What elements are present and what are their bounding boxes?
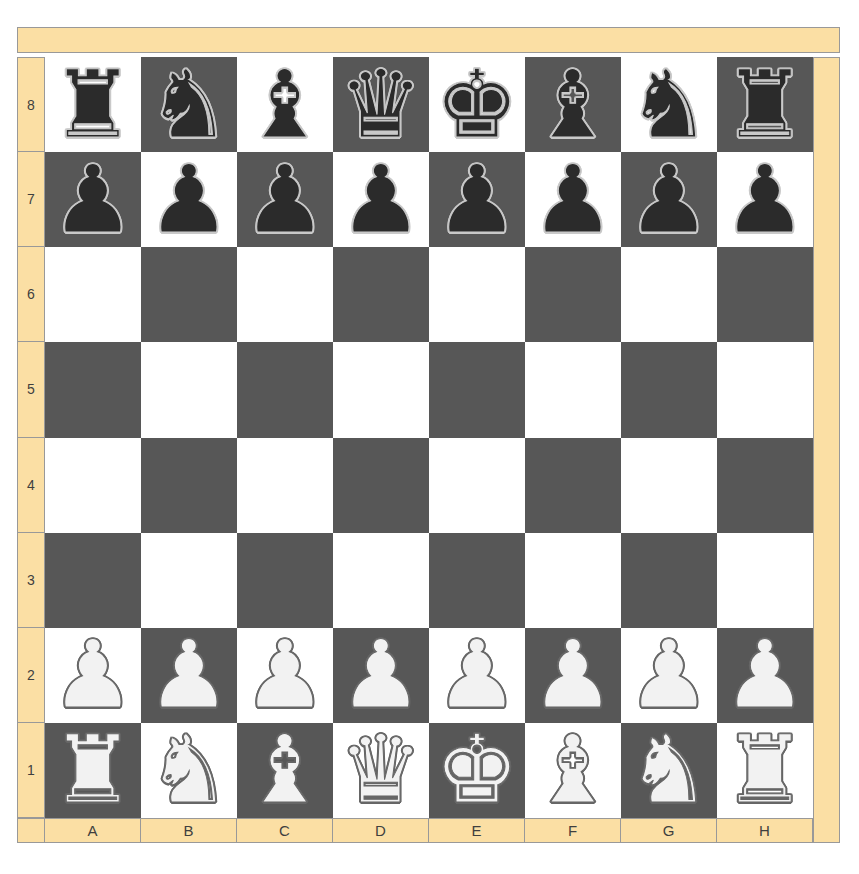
square-d3[interactable] [333,533,429,628]
square-f4[interactable] [525,438,621,533]
file-label-a: A [45,818,141,843]
black-pawn-e7[interactable]: ♟ [435,153,519,247]
square-h7[interactable]: ♟ [717,152,813,247]
square-d7[interactable]: ♟ [333,152,429,247]
file-label-g: G [621,818,717,843]
square-f3[interactable] [525,533,621,628]
white-rook-h1[interactable]: ♜ [723,723,807,817]
square-b1[interactable]: ♞ [141,723,237,818]
square-h3[interactable] [717,533,813,628]
square-e5[interactable] [429,342,525,437]
black-queen-d8[interactable]: ♛ [339,58,423,152]
square-e7[interactable]: ♟ [429,152,525,247]
rank-label-3: 3 [17,533,45,628]
rank-label-1: 1 [17,723,45,818]
file-label-b: B [141,818,237,843]
square-g4[interactable] [621,438,717,533]
black-pawn-b7[interactable]: ♟ [147,153,231,247]
board-frame-right [813,57,840,843]
square-e8[interactable]: ♚ [429,57,525,152]
square-d2[interactable]: ♟ [333,628,429,723]
rank-label-6: 6 [17,247,45,342]
square-c7[interactable]: ♟ [237,152,333,247]
square-f6[interactable] [525,247,621,342]
file-label-d: D [333,818,429,843]
square-a8[interactable]: ♜ [45,57,141,152]
file-label-f: F [525,818,621,843]
white-king-e1[interactable]: ♚ [435,723,519,817]
chess-board: 87654321♜♞♝♛♚♝♞♜♟♟♟♟♟♟♟♟♟♟♟♟♟♟♟♟♜♞♝♛♚♝♞♜… [17,27,840,843]
square-e6[interactable] [429,247,525,342]
square-c6[interactable] [237,247,333,342]
square-h2[interactable]: ♟ [717,628,813,723]
square-d4[interactable] [333,438,429,533]
file-label-e: E [429,818,525,843]
square-b5[interactable] [141,342,237,437]
white-pawn-c2[interactable]: ♟ [243,628,327,722]
square-h1[interactable]: ♜ [717,723,813,818]
square-f5[interactable] [525,342,621,437]
black-pawn-d7[interactable]: ♟ [339,153,423,247]
white-pawn-h2[interactable]: ♟ [723,628,807,722]
square-f7[interactable]: ♟ [525,152,621,247]
black-knight-b8[interactable]: ♞ [147,58,231,152]
square-g3[interactable] [621,533,717,628]
square-a2[interactable]: ♟ [45,628,141,723]
square-f8[interactable]: ♝ [525,57,621,152]
white-knight-g1[interactable]: ♞ [627,723,711,817]
black-rook-h8[interactable]: ♜ [723,58,807,152]
board-frame-corner [17,818,45,843]
white-pawn-b2[interactable]: ♟ [147,628,231,722]
square-b2[interactable]: ♟ [141,628,237,723]
square-a5[interactable] [45,342,141,437]
square-b7[interactable]: ♟ [141,152,237,247]
white-rook-a1[interactable]: ♜ [51,723,135,817]
black-rook-a8[interactable]: ♜ [51,58,135,152]
square-h5[interactable] [717,342,813,437]
white-pawn-e2[interactable]: ♟ [435,628,519,722]
square-h4[interactable] [717,438,813,533]
square-g7[interactable]: ♟ [621,152,717,247]
square-a1[interactable]: ♜ [45,723,141,818]
square-g6[interactable] [621,247,717,342]
white-pawn-g2[interactable]: ♟ [627,628,711,722]
white-bishop-c1[interactable]: ♝ [243,723,327,817]
square-c3[interactable] [237,533,333,628]
rank-label-5: 5 [17,342,45,437]
square-g5[interactable] [621,342,717,437]
black-king-e8[interactable]: ♚ [435,58,519,152]
square-d8[interactable]: ♛ [333,57,429,152]
black-pawn-a7[interactable]: ♟ [51,153,135,247]
square-g2[interactable]: ♟ [621,628,717,723]
square-b3[interactable] [141,533,237,628]
square-b8[interactable]: ♞ [141,57,237,152]
square-d5[interactable] [333,342,429,437]
page-background: 87654321♜♞♝♛♚♝♞♜♟♟♟♟♟♟♟♟♟♟♟♟♟♟♟♟♜♞♝♛♚♝♞♜… [0,0,859,874]
square-a4[interactable] [45,438,141,533]
black-pawn-h7[interactable]: ♟ [723,153,807,247]
black-knight-g8[interactable]: ♞ [627,58,711,152]
rank-label-8: 8 [17,57,45,152]
square-h8[interactable]: ♜ [717,57,813,152]
black-pawn-g7[interactable]: ♟ [627,153,711,247]
square-e4[interactable] [429,438,525,533]
black-pawn-c7[interactable]: ♟ [243,153,327,247]
square-a7[interactable]: ♟ [45,152,141,247]
white-bishop-f1[interactable]: ♝ [531,723,615,817]
square-e2[interactable]: ♟ [429,628,525,723]
black-bishop-f8[interactable]: ♝ [531,58,615,152]
black-pawn-f7[interactable]: ♟ [531,153,615,247]
square-c4[interactable] [237,438,333,533]
square-c1[interactable]: ♝ [237,723,333,818]
square-e3[interactable] [429,533,525,628]
square-c8[interactable]: ♝ [237,57,333,152]
square-a3[interactable] [45,533,141,628]
square-e1[interactable]: ♚ [429,723,525,818]
file-label-c: C [237,818,333,843]
square-f1[interactable]: ♝ [525,723,621,818]
square-b6[interactable] [141,247,237,342]
square-c2[interactable]: ♟ [237,628,333,723]
rank-label-4: 4 [17,438,45,533]
black-bishop-c8[interactable]: ♝ [243,58,327,152]
white-knight-b1[interactable]: ♞ [147,723,231,817]
file-label-h: H [717,818,813,843]
rank-label-7: 7 [17,152,45,247]
square-c5[interactable] [237,342,333,437]
square-f2[interactable]: ♟ [525,628,621,723]
square-g1[interactable]: ♞ [621,723,717,818]
rank-label-2: 2 [17,628,45,723]
white-pawn-a2[interactable]: ♟ [51,628,135,722]
square-a6[interactable] [45,247,141,342]
square-g8[interactable]: ♞ [621,57,717,152]
square-h6[interactable] [717,247,813,342]
square-b4[interactable] [141,438,237,533]
square-d1[interactable]: ♛ [333,723,429,818]
white-pawn-d2[interactable]: ♟ [339,628,423,722]
white-pawn-f2[interactable]: ♟ [531,628,615,722]
white-queen-d1[interactable]: ♛ [339,723,423,817]
square-d6[interactable] [333,247,429,342]
board-frame-top [17,27,840,53]
